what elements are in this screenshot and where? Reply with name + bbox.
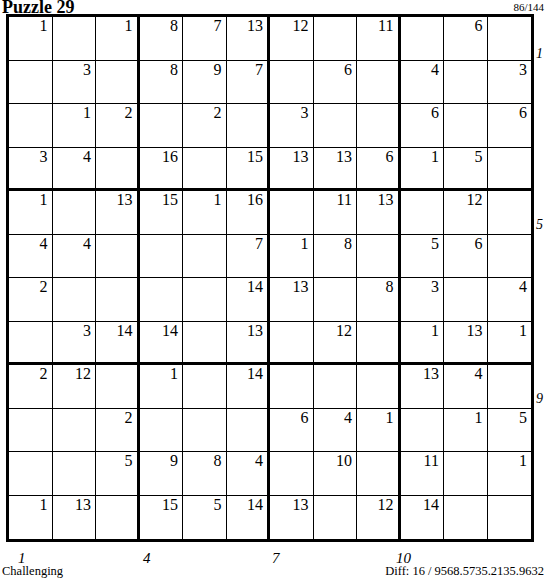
cell-r7c10[interactable]: 3 — [401, 278, 445, 322]
cell-r6c4[interactable] — [140, 235, 184, 279]
cell-r10c12[interactable]: 5 — [488, 409, 532, 453]
cell-r4c6[interactable]: 15 — [227, 148, 271, 192]
cell-r3c1[interactable] — [9, 104, 53, 148]
cell-r1c7[interactable]: 12 — [270, 17, 314, 61]
cell-r4c10[interactable]: 1 — [401, 148, 445, 192]
cell-r8c12[interactable]: 1 — [488, 322, 532, 366]
cell-r12c9[interactable]: 12 — [357, 496, 401, 540]
clue-counter: 86/144 — [513, 1, 544, 13]
cell-r6c11[interactable]: 6 — [444, 235, 488, 279]
cell-r5c3[interactable]: 13 — [96, 191, 140, 235]
cell-r11c6[interactable]: 4 — [227, 452, 271, 496]
cell-r3c2[interactable]: 1 — [53, 104, 97, 148]
cell-r1c8[interactable] — [314, 17, 358, 61]
cell-r4c12[interactable] — [488, 148, 532, 192]
cell-r9c3[interactable] — [96, 365, 140, 409]
cell-r8c9[interactable] — [357, 322, 401, 366]
cell-r8c7[interactable] — [270, 322, 314, 366]
cell-r6c2[interactable]: 4 — [53, 235, 97, 279]
cell-r10c3[interactable]: 2 — [96, 409, 140, 453]
cell-r2c9[interactable] — [357, 61, 401, 105]
cell-r7c11[interactable] — [444, 278, 488, 322]
cell-r12c1[interactable]: 1 — [9, 496, 53, 540]
cell-r3c6[interactable] — [227, 104, 271, 148]
cell-r8c3[interactable]: 14 — [96, 322, 140, 366]
cell-r10c2[interactable] — [53, 409, 97, 453]
cell-r9c1[interactable]: 2 — [9, 365, 53, 409]
cell-r11c9[interactable] — [357, 452, 401, 496]
puzzle-page: Puzzle 29 86/144 11871312116389764312236… — [0, 0, 545, 579]
col-label-7: 7 — [272, 551, 280, 566]
cell-r5c12[interactable] — [488, 191, 532, 235]
cell-r12c2[interactable]: 13 — [53, 496, 97, 540]
cell-r10c8[interactable]: 4 — [314, 409, 358, 453]
cell-r3c9[interactable] — [357, 104, 401, 148]
cell-r10c9[interactable]: 1 — [357, 409, 401, 453]
cell-r7c6[interactable]: 14 — [227, 278, 271, 322]
cell-r6c9[interactable] — [357, 235, 401, 279]
cell-r5c9[interactable]: 13 — [357, 191, 401, 235]
cell-r5c5[interactable]: 1 — [183, 191, 227, 235]
cell-r6c5[interactable] — [183, 235, 227, 279]
cell-r5c7[interactable] — [270, 191, 314, 235]
cell-r8c2[interactable]: 3 — [53, 322, 97, 366]
cell-r5c8[interactable]: 11 — [314, 191, 358, 235]
cell-r4c3[interactable] — [96, 148, 140, 192]
cell-r12c10[interactable]: 14 — [401, 496, 445, 540]
cell-r5c11[interactable]: 12 — [444, 191, 488, 235]
cell-r4c1[interactable]: 3 — [9, 148, 53, 192]
cell-r12c7[interactable]: 13 — [270, 496, 314, 540]
cell-r9c10[interactable]: 13 — [401, 365, 445, 409]
cell-r8c11[interactable]: 13 — [444, 322, 488, 366]
cell-r11c12[interactable]: 1 — [488, 452, 532, 496]
cell-r1c10[interactable] — [401, 17, 445, 61]
cell-r12c8[interactable] — [314, 496, 358, 540]
cell-r1c5[interactable]: 7 — [183, 17, 227, 61]
cell-r9c11[interactable]: 4 — [444, 365, 488, 409]
row-label-1: 1 — [536, 47, 545, 61]
cell-r9c2[interactable]: 12 — [53, 365, 97, 409]
cell-r3c4[interactable] — [140, 104, 184, 148]
cell-r8c6[interactable]: 13 — [227, 322, 271, 366]
cell-r8c5[interactable] — [183, 322, 227, 366]
cell-r2c1[interactable] — [9, 61, 53, 105]
cell-r5c10[interactable] — [401, 191, 445, 235]
cell-r1c2[interactable] — [53, 17, 97, 61]
cell-r10c11[interactable]: 1 — [444, 409, 488, 453]
cell-r6c10[interactable]: 5 — [401, 235, 445, 279]
cell-r1c3[interactable]: 1 — [96, 17, 140, 61]
cell-r10c5[interactable] — [183, 409, 227, 453]
cell-r1c6[interactable]: 13 — [227, 17, 271, 61]
cell-r4c5[interactable] — [183, 148, 227, 192]
cell-r1c4[interactable]: 8 — [140, 17, 184, 61]
cell-r12c3[interactable] — [96, 496, 140, 540]
cell-r9c4[interactable]: 1 — [140, 365, 184, 409]
row-label-9: 9 — [536, 392, 545, 406]
cell-r3c12[interactable]: 6 — [488, 104, 532, 148]
puzzle-board: 1187131211638976431223663416151313615113… — [6, 14, 534, 542]
cell-r6c8[interactable]: 8 — [314, 235, 358, 279]
cell-r2c4[interactable]: 8 — [140, 61, 184, 105]
cell-r10c4[interactable] — [140, 409, 184, 453]
cell-r8c8[interactable]: 12 — [314, 322, 358, 366]
cell-r9c8[interactable] — [314, 365, 358, 409]
cell-r12c11[interactable] — [444, 496, 488, 540]
cell-r1c12[interactable] — [488, 17, 532, 61]
cell-r11c4[interactable]: 9 — [140, 452, 184, 496]
cell-r8c4[interactable]: 14 — [140, 322, 184, 366]
cell-r6c1[interactable]: 4 — [9, 235, 53, 279]
cell-r2c5[interactable]: 9 — [183, 61, 227, 105]
cell-r5c4[interactable]: 15 — [140, 191, 184, 235]
cell-r9c5[interactable] — [183, 365, 227, 409]
cell-r7c4[interactable] — [140, 278, 184, 322]
cell-r9c12[interactable] — [488, 365, 532, 409]
difficulty-label: Challenging — [2, 565, 63, 578]
cell-r10c6[interactable] — [227, 409, 271, 453]
cell-r4c2[interactable]: 4 — [53, 148, 97, 192]
cell-r5c1[interactable]: 1 — [9, 191, 53, 235]
cell-r12c5[interactable]: 5 — [183, 496, 227, 540]
cell-r3c10[interactable]: 6 — [401, 104, 445, 148]
cell-r4c8[interactable]: 13 — [314, 148, 358, 192]
cell-r7c12[interactable]: 4 — [488, 278, 532, 322]
cell-r2c6[interactable]: 7 — [227, 61, 271, 105]
row-label-5: 5 — [536, 218, 545, 232]
cell-r10c7[interactable]: 6 — [270, 409, 314, 453]
col-label-4: 4 — [143, 551, 151, 566]
cell-r5c6[interactable]: 16 — [227, 191, 271, 235]
cell-r4c4[interactable]: 16 — [140, 148, 184, 192]
cell-r6c6[interactable]: 7 — [227, 235, 271, 279]
cell-r1c11[interactable]: 6 — [444, 17, 488, 61]
cell-r2c7[interactable] — [270, 61, 314, 105]
cell-r12c6[interactable]: 14 — [227, 496, 271, 540]
cell-r2c12[interactable]: 3 — [488, 61, 532, 105]
cell-r11c1[interactable] — [9, 452, 53, 496]
cell-r2c8[interactable]: 6 — [314, 61, 358, 105]
cell-r2c11[interactable] — [444, 61, 488, 105]
cell-r1c1[interactable]: 1 — [9, 17, 53, 61]
cell-r10c1[interactable] — [9, 409, 53, 453]
cell-r11c7[interactable] — [270, 452, 314, 496]
cell-r11c8[interactable]: 10 — [314, 452, 358, 496]
cell-r7c9[interactable]: 8 — [357, 278, 401, 322]
cell-r7c5[interactable] — [183, 278, 227, 322]
cell-r12c4[interactable]: 15 — [140, 496, 184, 540]
cell-r11c5[interactable]: 8 — [183, 452, 227, 496]
cell-r9c6[interactable]: 14 — [227, 365, 271, 409]
cell-r11c10[interactable]: 11 — [401, 452, 445, 496]
cell-r4c7[interactable]: 13 — [270, 148, 314, 192]
cell-r7c7[interactable]: 13 — [270, 278, 314, 322]
cell-r11c2[interactable] — [53, 452, 97, 496]
cell-r4c9[interactable]: 6 — [357, 148, 401, 192]
cell-r7c2[interactable] — [53, 278, 97, 322]
cell-r3c5[interactable]: 2 — [183, 104, 227, 148]
cell-r9c9[interactable] — [357, 365, 401, 409]
cell-r2c3[interactable] — [96, 61, 140, 105]
cell-r5c2[interactable] — [53, 191, 97, 235]
diff-stats-label: Diff: 16 / 9568.5735.2135.9632 — [385, 565, 544, 578]
cell-r6c3[interactable] — [96, 235, 140, 279]
cell-r3c11[interactable] — [444, 104, 488, 148]
cell-r11c3[interactable]: 5 — [96, 452, 140, 496]
cell-r3c7[interactable]: 3 — [270, 104, 314, 148]
cell-r11c11[interactable] — [444, 452, 488, 496]
cell-r7c8[interactable] — [314, 278, 358, 322]
cell-r9c7[interactable] — [270, 365, 314, 409]
cell-r2c10[interactable]: 4 — [401, 61, 445, 105]
cell-r8c1[interactable] — [9, 322, 53, 366]
cell-r1c9[interactable]: 11 — [357, 17, 401, 61]
cell-r10c10[interactable] — [401, 409, 445, 453]
cell-r7c3[interactable] — [96, 278, 140, 322]
cell-r2c2[interactable]: 3 — [53, 61, 97, 105]
cell-r4c11[interactable]: 5 — [444, 148, 488, 192]
cell-r8c10[interactable]: 1 — [401, 322, 445, 366]
cell-r7c1[interactable]: 2 — [9, 278, 53, 322]
cell-r12c12[interactable] — [488, 496, 532, 540]
cell-r3c3[interactable]: 2 — [96, 104, 140, 148]
cell-r6c12[interactable] — [488, 235, 532, 279]
cell-r3c8[interactable] — [314, 104, 358, 148]
cell-r6c7[interactable]: 1 — [270, 235, 314, 279]
